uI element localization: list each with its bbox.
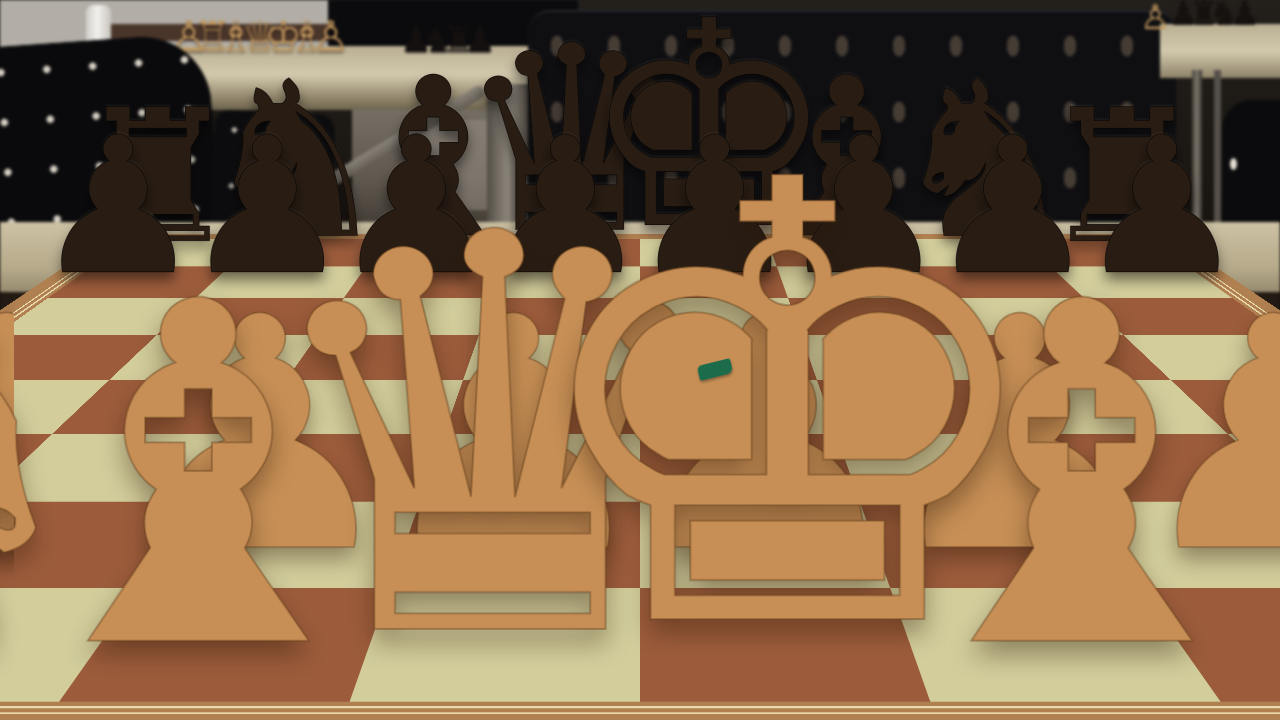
piece-white-knight: ♞ — [1169, 252, 1280, 713]
chess-board-perspective: ♜♞♝♛♚♝♞♜♟♟♟♟♟♟♟♟♟♟♟♟♟♟♟♟♜♞♝♛♚♝♞♜ — [0, 234, 1280, 720]
chess-board: ♜♞♝♛♚♝♞♜♟♟♟♟♟♟♟♟♟♟♟♟♟♟♟♟♜♞♝♛♚♝♞♜ — [0, 234, 1280, 720]
chess-club-photo: ♙♖♗♕♔♗♙ ♟♞♜♟ ♟♜♞♟ ♙ ♜♞♝♛♚♝♞♜♟♟♟♟♟♟♟♟♟♟♟♟… — [0, 0, 1280, 720]
mini-chess-piece-right-tan-icon: ♙ — [1140, 0, 1170, 34]
board-grid: ♜♞♝♛♚♝♞♜♟♟♟♟♟♟♟♟♟♟♟♟♟♟♟♟♜♞♝♛♚♝♞♜ — [0, 239, 1280, 702]
mini-chess-pieces-right-icon: ♟♜♞♟ — [1168, 0, 1250, 30]
